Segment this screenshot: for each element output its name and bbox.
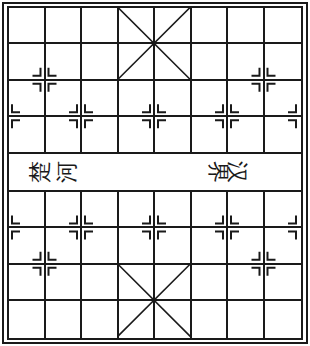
board-cell[interactable] <box>228 8 265 44</box>
board-cell[interactable] <box>192 265 229 301</box>
board-cell[interactable] <box>119 81 156 117</box>
board-cell[interactable] <box>119 44 156 80</box>
board-cell[interactable] <box>192 228 229 264</box>
board-cell[interactable] <box>82 192 119 228</box>
board-cell[interactable] <box>46 44 83 80</box>
board-cell[interactable] <box>82 44 119 80</box>
board-cell[interactable] <box>265 81 302 117</box>
board-cell[interactable] <box>265 8 302 44</box>
board-cell[interactable] <box>265 228 302 264</box>
board-cell[interactable] <box>46 301 83 337</box>
board-cell[interactable] <box>228 117 265 153</box>
board-cell[interactable] <box>9 228 46 264</box>
board-cell[interactable] <box>46 81 83 117</box>
board-cell[interactable] <box>155 192 192 228</box>
board-cell[interactable] <box>155 117 192 153</box>
board-cell[interactable] <box>9 301 46 337</box>
board-cell[interactable] <box>265 265 302 301</box>
board-cell[interactable] <box>192 117 229 153</box>
river-char-he: 河 <box>56 161 78 183</box>
board-cell[interactable] <box>155 81 192 117</box>
board-cell[interactable] <box>119 8 156 44</box>
board-cell[interactable] <box>119 228 156 264</box>
board-cell[interactable] <box>82 228 119 264</box>
board-cell[interactable] <box>192 192 229 228</box>
board-cell[interactable] <box>82 265 119 301</box>
board-cell[interactable] <box>119 117 156 153</box>
board-cell[interactable] <box>228 192 265 228</box>
board-cell[interactable] <box>82 301 119 337</box>
board-cell[interactable] <box>228 228 265 264</box>
board-cell[interactable] <box>46 265 83 301</box>
board-cell[interactable] <box>228 81 265 117</box>
board-cell[interactable] <box>9 117 46 153</box>
board-cell[interactable] <box>265 117 302 153</box>
board-cell[interactable] <box>265 44 302 80</box>
board-cell[interactable] <box>228 301 265 337</box>
river-char-han: 汉 <box>226 161 248 183</box>
board-cell[interactable] <box>46 192 83 228</box>
board-cell[interactable] <box>46 228 83 264</box>
board-cell[interactable] <box>82 117 119 153</box>
board-cell[interactable] <box>155 265 192 301</box>
board-cell[interactable] <box>192 81 229 117</box>
board-cell[interactable] <box>119 192 156 228</box>
board-cell[interactable] <box>265 301 302 337</box>
board-cell[interactable] <box>82 8 119 44</box>
screenshot-root: 楚河界汉 <box>0 0 310 346</box>
board-cell[interactable] <box>192 301 229 337</box>
board-cell[interactable] <box>46 8 83 44</box>
river: 楚河界汉 <box>9 154 301 192</box>
board-cell[interactable] <box>46 117 83 153</box>
board-cell[interactable] <box>82 81 119 117</box>
board-cell[interactable] <box>155 228 192 264</box>
river-char-chu: 楚 <box>29 161 51 183</box>
board-cell[interactable] <box>228 44 265 80</box>
board-cell[interactable] <box>9 44 46 80</box>
board-cell[interactable] <box>9 81 46 117</box>
board-cell[interactable] <box>9 265 46 301</box>
board-cell[interactable] <box>119 301 156 337</box>
board-cell[interactable] <box>155 44 192 80</box>
board-cell[interactable] <box>9 8 46 44</box>
board-cell[interactable] <box>228 265 265 301</box>
xiangqi-board[interactable]: 楚河界汉 <box>7 6 303 340</box>
board-cell[interactable] <box>119 265 156 301</box>
board-cell[interactable] <box>265 192 302 228</box>
board-cell[interactable] <box>155 301 192 337</box>
board-cell[interactable] <box>192 8 229 44</box>
board-cell[interactable] <box>192 44 229 80</box>
board-cell[interactable] <box>9 192 46 228</box>
board-cell[interactable] <box>155 8 192 44</box>
